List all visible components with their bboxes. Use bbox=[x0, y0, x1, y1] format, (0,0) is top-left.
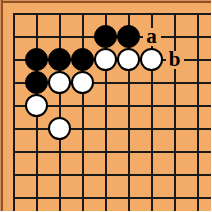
black-stone bbox=[25, 71, 48, 94]
grid-line-horizontal bbox=[13, 174, 212, 176]
white-stone bbox=[25, 94, 48, 117]
black-stone bbox=[48, 48, 71, 71]
grid-line-vertical bbox=[13, 13, 15, 212]
point-label-b: b bbox=[166, 51, 184, 69]
white-stone bbox=[117, 48, 140, 71]
black-stone bbox=[117, 25, 140, 48]
grid-line-horizontal bbox=[13, 197, 212, 199]
white-stone bbox=[94, 48, 117, 71]
board-bevel-left-dark bbox=[1, 0, 3, 211]
black-stone bbox=[71, 48, 94, 71]
go-diagram: ab bbox=[0, 0, 211, 211]
grid-line-horizontal bbox=[13, 128, 212, 130]
go-board: ab bbox=[0, 0, 211, 211]
grid-line-vertical bbox=[174, 13, 176, 212]
grid-line-horizontal bbox=[13, 13, 212, 15]
grid-line-vertical bbox=[59, 13, 61, 212]
grid-line-vertical bbox=[197, 13, 199, 212]
grid-line-vertical bbox=[82, 13, 84, 212]
white-stone bbox=[48, 117, 71, 140]
black-stone bbox=[94, 25, 117, 48]
point-label-a: a bbox=[143, 28, 161, 46]
white-stone bbox=[71, 71, 94, 94]
white-stone bbox=[48, 71, 71, 94]
board-bevel-top-dark bbox=[0, 1, 211, 3]
black-stone bbox=[25, 48, 48, 71]
white-stone bbox=[140, 48, 163, 71]
grid-line-horizontal bbox=[13, 151, 212, 153]
